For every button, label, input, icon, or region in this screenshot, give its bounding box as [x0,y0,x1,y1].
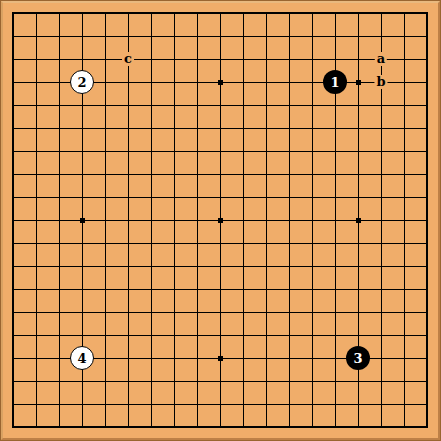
board-intersection [25,163,48,186]
board-intersection [71,393,94,416]
stone-white-2: 2 [70,70,94,94]
board-intersection [301,209,324,232]
board-intersection [117,94,140,117]
board-intersection [370,117,393,140]
board-intersection [163,301,186,324]
board-intersection [25,370,48,393]
board-intersection [48,393,71,416]
board-intersection [393,232,416,255]
board-intersection [71,278,94,301]
board-intersection [48,25,71,48]
board-intersection [370,255,393,278]
board-intersection [232,393,255,416]
board-intersection [71,416,94,439]
board-intersection [163,370,186,393]
board-intersection [347,301,370,324]
board-intersection [301,255,324,278]
board-intersection [255,278,278,301]
board-intersection [324,370,347,393]
board-intersection [301,117,324,140]
board-intersection [140,71,163,94]
board-intersection [48,255,71,278]
board-intersection [2,393,25,416]
board-intersection [117,301,140,324]
board-intersection [163,117,186,140]
board-intersection [140,324,163,347]
go-board-frame: ca21b43 [0,0,441,441]
board-intersection [94,209,117,232]
stone-black-1: 1 [323,70,347,94]
board-intersection [48,94,71,117]
board-intersection [393,94,416,117]
board-intersection [140,393,163,416]
board-intersection [117,163,140,186]
board-intersection [255,48,278,71]
board-intersection [209,25,232,48]
board-intersection [94,324,117,347]
board-intersection [393,117,416,140]
stone-black-3: 3 [346,346,370,370]
board-intersection [393,347,416,370]
board-intersection [347,416,370,439]
board-intersection [71,324,94,347]
board-intersection [232,232,255,255]
board-intersection [232,278,255,301]
board-intersection [393,140,416,163]
board-intersection [209,140,232,163]
board-intersection [324,301,347,324]
board-intersection [163,416,186,439]
board-intersection [94,416,117,439]
board-intersection [232,25,255,48]
board-intersection [140,255,163,278]
move-number: 1 [330,76,339,89]
board-intersection [25,48,48,71]
board-intersection [255,209,278,232]
board-intersection [347,140,370,163]
board-intersection [324,393,347,416]
board-intersection [324,209,347,232]
board-intersection: b [370,71,393,94]
board-intersection [232,324,255,347]
board-intersection [232,140,255,163]
board-intersection [94,94,117,117]
board-intersection [370,393,393,416]
board-intersection [255,2,278,25]
board-intersection [393,255,416,278]
board-intersection [25,209,48,232]
board-intersection [2,94,25,117]
board-intersection [48,2,71,25]
hoshi-star-point [356,80,361,85]
board-intersection [324,232,347,255]
hoshi-star-point [218,80,223,85]
board-intersection [25,301,48,324]
hoshi-star-point [80,218,85,223]
board-intersection [94,2,117,25]
board-intersection [232,370,255,393]
board-intersection: 3 [347,347,370,370]
board-intersection [255,347,278,370]
board-intersection [324,163,347,186]
board-intersection [278,25,301,48]
board-intersection [278,324,301,347]
board-intersection [324,25,347,48]
board-intersection [232,71,255,94]
board-intersection [347,163,370,186]
board-intersection [140,48,163,71]
board-intersection [71,117,94,140]
board-intersection [416,71,439,94]
board-intersection [2,140,25,163]
move-number: 2 [77,76,86,89]
board-intersection [416,324,439,347]
board-intersection [163,48,186,71]
board-intersection [370,163,393,186]
board-intersection [209,48,232,71]
board-intersection [2,163,25,186]
board-intersection [416,255,439,278]
board-intersection [71,255,94,278]
board-intersection [370,186,393,209]
board-intersection [301,163,324,186]
board-intersection [255,163,278,186]
board-intersection [324,255,347,278]
board-intersection [117,393,140,416]
board-intersection [393,163,416,186]
board-intersection [255,186,278,209]
board-intersection [301,2,324,25]
board-intersection [117,347,140,370]
board-intersection [2,255,25,278]
board-intersection [301,71,324,94]
board-intersection [416,2,439,25]
board-intersection [48,117,71,140]
board-intersection [94,232,117,255]
board-intersection [117,25,140,48]
board-intersection [393,301,416,324]
board-intersection [94,278,117,301]
board-intersection [163,186,186,209]
board-intersection [25,117,48,140]
board-intersection [186,278,209,301]
board-intersection [25,232,48,255]
board-intersection [163,25,186,48]
board-intersection [324,140,347,163]
board-intersection [347,117,370,140]
board-intersection [48,163,71,186]
board-intersection [393,48,416,71]
board-intersection [140,209,163,232]
board-intersection [25,416,48,439]
board-intersection [94,117,117,140]
board-intersection [278,370,301,393]
board-intersection [94,186,117,209]
board-intersection [2,209,25,232]
board-intersection [2,2,25,25]
board-intersection [232,48,255,71]
board-intersection [186,209,209,232]
board-intersection [370,370,393,393]
board-intersection [48,209,71,232]
board-intersection [301,278,324,301]
board-intersection [186,2,209,25]
board-intersection [2,71,25,94]
board-intersection [416,393,439,416]
board-intersection [186,324,209,347]
board-intersection [71,186,94,209]
board-intersection [301,301,324,324]
board-intersection [278,2,301,25]
board-intersection [416,232,439,255]
board-intersection [416,94,439,117]
point-label-b: b [374,75,387,89]
board-intersection [232,2,255,25]
board-intersection [94,347,117,370]
board-intersection [25,140,48,163]
board-intersection [209,186,232,209]
board-intersection [209,117,232,140]
board-intersection [393,324,416,347]
goban-grid: ca21b43 [2,2,439,439]
board-intersection [278,209,301,232]
board-intersection [347,25,370,48]
board-intersection [255,416,278,439]
board-intersection [186,48,209,71]
board-intersection [416,117,439,140]
board-intersection [117,71,140,94]
board-intersection [301,48,324,71]
board-intersection [117,255,140,278]
board-intersection [278,94,301,117]
board-intersection [94,370,117,393]
board-intersection [370,2,393,25]
board-intersection [140,186,163,209]
board-intersection [301,94,324,117]
board-intersection [324,347,347,370]
board-intersection [25,25,48,48]
board-intersection [2,48,25,71]
board-intersection [278,117,301,140]
board-intersection [140,2,163,25]
board-intersection [324,48,347,71]
board-intersection [209,347,232,370]
board-intersection [347,186,370,209]
board-intersection [393,393,416,416]
board-intersection [140,94,163,117]
board-intersection [186,186,209,209]
board-intersection [232,209,255,232]
board-intersection: 1 [324,71,347,94]
board-intersection [393,186,416,209]
board-intersection [186,25,209,48]
board-intersection [48,48,71,71]
board-intersection [416,370,439,393]
board-intersection [48,278,71,301]
board-intersection [209,71,232,94]
board-intersection [209,232,232,255]
board-intersection [278,393,301,416]
board-intersection [278,71,301,94]
board-intersection: c [117,48,140,71]
board-intersection [255,71,278,94]
board-intersection [347,393,370,416]
board-intersection [324,186,347,209]
board-intersection [117,117,140,140]
board-intersection [416,25,439,48]
board-intersection [48,186,71,209]
board-intersection [232,301,255,324]
board-intersection [71,301,94,324]
board-intersection [71,2,94,25]
board-intersection [48,347,71,370]
board-intersection [255,94,278,117]
board-intersection [71,209,94,232]
board-intersection [117,232,140,255]
board-intersection [301,186,324,209]
board-intersection [347,278,370,301]
board-intersection [25,324,48,347]
board-intersection [163,163,186,186]
hoshi-star-point [218,218,223,223]
board-intersection [48,324,71,347]
board-intersection [347,71,370,94]
board-intersection [324,324,347,347]
board-intersection [163,2,186,25]
board-intersection [71,163,94,186]
board-intersection [255,232,278,255]
board-intersection [301,370,324,393]
board-intersection [25,278,48,301]
board-intersection [301,324,324,347]
board-intersection [255,255,278,278]
board-intersection [140,163,163,186]
board-intersection [163,347,186,370]
board-intersection [278,416,301,439]
board-intersection [25,186,48,209]
board-intersection [347,232,370,255]
board-intersection [370,140,393,163]
board-intersection [25,347,48,370]
board-intersection [48,416,71,439]
board-intersection [25,2,48,25]
board-intersection [71,140,94,163]
board-intersection [2,324,25,347]
board-intersection [278,232,301,255]
board-intersection [48,71,71,94]
board-intersection [140,347,163,370]
board-intersection [117,370,140,393]
board-intersection [301,347,324,370]
board-intersection [416,140,439,163]
board-intersection [2,232,25,255]
board-intersection [163,278,186,301]
board-intersection [232,163,255,186]
board-intersection [140,232,163,255]
board-intersection [186,255,209,278]
board-intersection [186,347,209,370]
board-intersection [347,370,370,393]
board-intersection: 2 [71,71,94,94]
board-intersection [347,324,370,347]
board-intersection [25,393,48,416]
move-number: 4 [77,352,86,365]
board-intersection [117,186,140,209]
board-intersection [71,94,94,117]
board-intersection [209,416,232,439]
board-intersection [2,117,25,140]
board-intersection [2,370,25,393]
board-intersection [278,278,301,301]
board-intersection [140,301,163,324]
board-intersection [2,25,25,48]
board-intersection [163,232,186,255]
board-intersection [324,117,347,140]
board-intersection [301,393,324,416]
board-intersection [2,186,25,209]
board-intersection [301,416,324,439]
board-intersection [163,255,186,278]
board-intersection [117,209,140,232]
board-intersection [416,48,439,71]
board-intersection [163,324,186,347]
board-intersection [117,278,140,301]
board-intersection [117,140,140,163]
board-intersection [347,2,370,25]
board-intersection [232,94,255,117]
board-intersection [324,2,347,25]
board-intersection [94,255,117,278]
board-intersection [301,232,324,255]
board-intersection [255,370,278,393]
board-intersection [94,71,117,94]
board-intersection [48,301,71,324]
board-intersection [140,278,163,301]
board-intersection [393,25,416,48]
board-intersection [186,416,209,439]
board-intersection [232,347,255,370]
board-intersection [209,301,232,324]
board-intersection [71,232,94,255]
stone-white-4: 4 [70,346,94,370]
board-intersection [416,301,439,324]
board-intersection [140,117,163,140]
board-intersection [278,140,301,163]
board-intersection [278,48,301,71]
board-intersection [301,140,324,163]
go-board: ca21b43 [1,1,440,440]
board-intersection [370,324,393,347]
board-intersection [48,232,71,255]
board-intersection [324,416,347,439]
board-intersection [2,301,25,324]
board-intersection [255,324,278,347]
board-intersection [25,255,48,278]
board-intersection [278,347,301,370]
board-intersection [209,278,232,301]
board-intersection [163,140,186,163]
board-intersection [278,163,301,186]
board-intersection [393,278,416,301]
board-intersection [416,186,439,209]
board-intersection [71,25,94,48]
board-intersection [370,347,393,370]
board-intersection [278,301,301,324]
board-intersection: 4 [71,347,94,370]
board-intersection [163,393,186,416]
board-intersection [94,25,117,48]
board-intersection [186,393,209,416]
